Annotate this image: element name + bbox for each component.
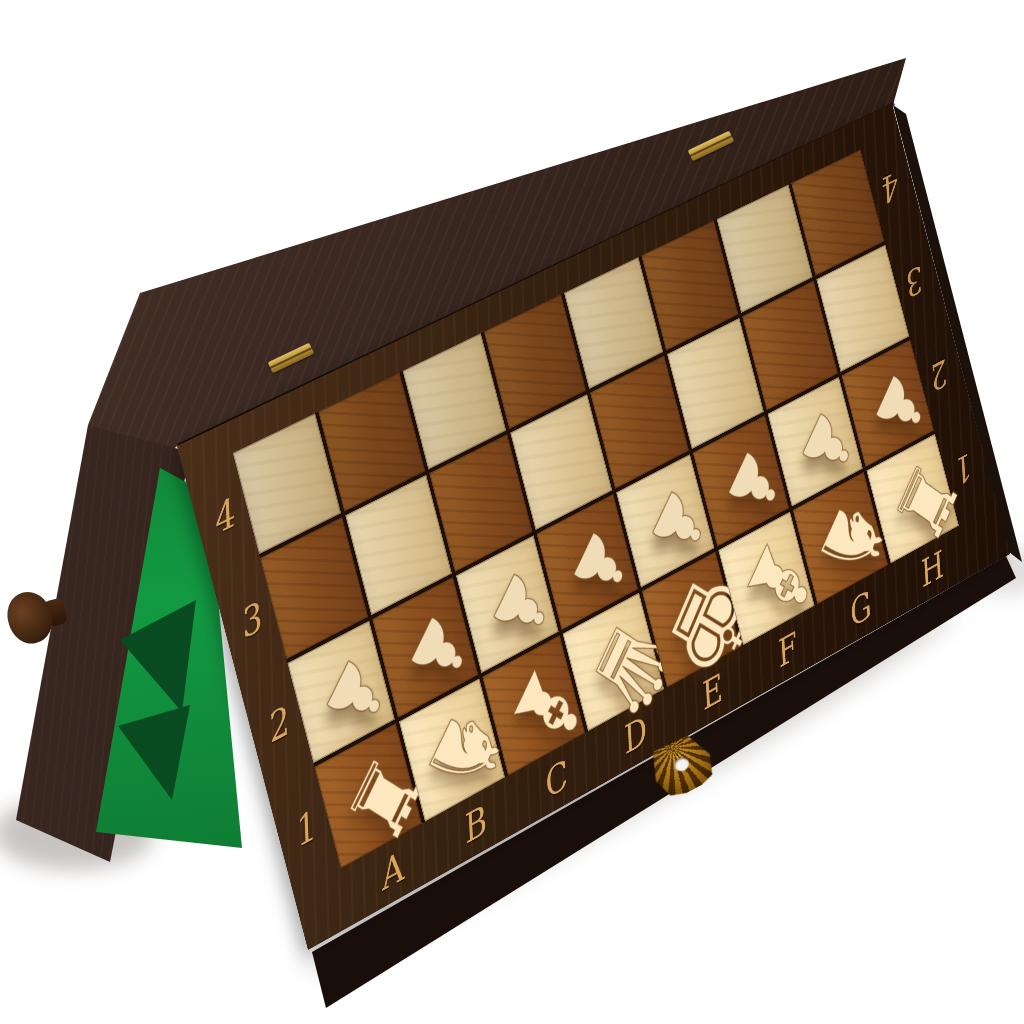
product-photo-folding-chess-set: ♟♟♟♟♟♟♟♟♜♞♝♛♚♝♞♜ 4321 4321 ABCDEFGH (0, 0, 1024, 1024)
knob-head (2, 587, 57, 648)
